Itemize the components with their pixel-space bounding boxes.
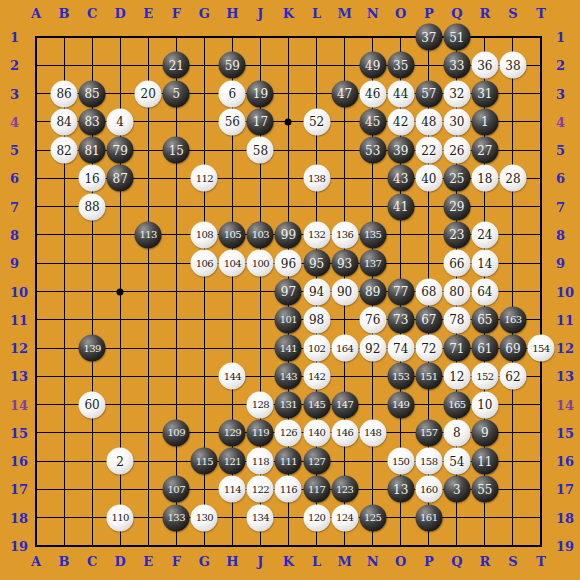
move-number: 52	[309, 116, 324, 128]
move-number: 33	[449, 59, 464, 71]
move-number: 11	[477, 455, 492, 467]
move-number: 129	[224, 428, 241, 438]
stone-white-48-P4: 48	[415, 108, 442, 135]
move-number: 122	[252, 484, 269, 494]
column-label-top-A: A	[31, 6, 41, 21]
move-number: 83	[84, 116, 99, 128]
move-number: 86	[56, 88, 71, 100]
move-number: 24	[477, 229, 492, 241]
move-number: 4	[116, 116, 124, 128]
stone-black-65-R11: 65	[471, 306, 498, 333]
move-number: 15	[169, 144, 184, 156]
stone-white-38-S2: 38	[499, 52, 526, 79]
move-number: 138	[308, 173, 325, 183]
stone-black-89-N10: 89	[359, 278, 386, 305]
move-number: 90	[337, 286, 352, 298]
move-number: 31	[477, 88, 492, 100]
move-number: 21	[169, 59, 184, 71]
stone-black-147-M14: 147	[331, 391, 358, 418]
stone-black-95-L9: 95	[303, 250, 330, 277]
move-number: 59	[225, 59, 240, 71]
row-label-left-1: 1	[10, 30, 19, 45]
move-number: 143	[280, 371, 297, 381]
stone-white-126-K15: 126	[275, 419, 302, 446]
move-number: 158	[420, 456, 437, 466]
move-number: 103	[252, 230, 269, 240]
move-number: 112	[196, 173, 213, 183]
move-number: 22	[421, 144, 436, 156]
row-label-left-19: 19	[10, 539, 28, 554]
row-label-right-14: 14	[556, 397, 574, 412]
move-number: 95	[309, 257, 324, 269]
stone-white-138-L6: 138	[303, 165, 330, 192]
stone-black-5-F3: 5	[163, 80, 190, 107]
stone-white-90-M10: 90	[331, 278, 358, 305]
stone-black-125-N18: 125	[359, 504, 386, 531]
move-number: 79	[113, 144, 128, 156]
stone-black-41-O7: 41	[387, 193, 414, 220]
move-number: 23	[449, 229, 464, 241]
move-number: 48	[421, 116, 436, 128]
column-label-top-D: D	[115, 6, 126, 21]
move-number: 36	[477, 59, 492, 71]
move-number: 40	[421, 172, 436, 184]
move-number: 113	[140, 230, 157, 240]
stone-black-117-L17: 117	[303, 476, 330, 503]
move-number: 99	[281, 229, 296, 241]
column-label-top-J: J	[257, 6, 263, 21]
move-number: 9	[481, 427, 489, 439]
column-label-top-K: K	[283, 6, 294, 21]
row-label-right-8: 8	[556, 227, 565, 242]
stone-white-44-O3: 44	[387, 80, 414, 107]
stone-white-110-D18: 110	[107, 504, 134, 531]
star-point-D10	[117, 288, 124, 295]
grid-line-vertical	[540, 37, 542, 546]
move-number: 66	[449, 257, 464, 269]
stone-black-109-F15: 109	[163, 419, 190, 446]
stone-black-145-L14: 145	[303, 391, 330, 418]
stone-white-42-O4: 42	[387, 108, 414, 135]
move-number: 148	[364, 428, 381, 438]
stone-black-35-O2: 35	[387, 52, 414, 79]
stone-black-9-R15: 9	[471, 419, 498, 446]
stone-black-151-P13: 151	[415, 363, 442, 390]
move-number: 110	[112, 513, 129, 523]
stone-black-61-R12: 61	[471, 335, 498, 362]
stone-white-136-M8: 136	[331, 221, 358, 248]
move-number: 27	[477, 144, 492, 156]
move-number: 135	[364, 230, 381, 240]
stone-white-124-M18: 124	[331, 504, 358, 531]
stone-black-83-C4: 83	[79, 108, 106, 135]
move-number: 72	[421, 342, 436, 354]
column-label-top-N: N	[367, 6, 379, 21]
row-label-left-8: 8	[10, 227, 19, 242]
move-number: 17	[253, 116, 268, 128]
stone-white-64-R10: 64	[471, 278, 498, 305]
stone-black-141-K12: 141	[275, 335, 302, 362]
move-number: 109	[168, 428, 185, 438]
move-number: 134	[252, 513, 269, 523]
stone-white-94-L10: 94	[303, 278, 330, 305]
stone-white-144-H13: 144	[219, 363, 246, 390]
move-number: 85	[84, 88, 99, 100]
move-number: 51	[449, 31, 464, 43]
move-number: 65	[477, 314, 492, 326]
stone-black-45-N4: 45	[359, 108, 386, 135]
stone-black-119-J15: 119	[247, 419, 274, 446]
move-number: 84	[56, 116, 71, 128]
row-label-right-12: 12	[556, 341, 574, 356]
row-label-left-14: 14	[10, 397, 28, 412]
move-number: 73	[393, 314, 408, 326]
move-number: 106	[196, 258, 213, 268]
move-number: 92	[365, 342, 380, 354]
move-number: 127	[308, 456, 325, 466]
move-number: 101	[280, 315, 297, 325]
column-label-top-E: E	[143, 6, 153, 21]
row-label-right-16: 16	[556, 454, 574, 469]
move-number: 56	[225, 116, 240, 128]
row-label-left-12: 12	[10, 341, 28, 356]
stone-white-146-M15: 146	[331, 419, 358, 446]
move-number: 76	[365, 314, 380, 326]
stone-black-15-F5: 15	[163, 137, 190, 164]
stone-black-43-O6: 43	[387, 165, 414, 192]
stone-black-47-M3: 47	[331, 80, 358, 107]
stone-white-160-P17: 160	[415, 476, 442, 503]
stone-black-57-P3: 57	[415, 80, 442, 107]
stone-black-111-K16: 111	[275, 448, 302, 475]
stone-white-74-O12: 74	[387, 335, 414, 362]
column-label-top-L: L	[312, 6, 321, 21]
stone-black-161-P18: 161	[415, 504, 442, 531]
move-number: 149	[392, 400, 409, 410]
stone-black-59-H2: 59	[219, 52, 246, 79]
stone-white-22-P5: 22	[415, 137, 442, 164]
stone-white-58-J5: 58	[247, 137, 274, 164]
row-label-right-13: 13	[556, 369, 574, 384]
stone-white-30-Q4: 30	[443, 108, 470, 135]
stone-black-97-K10: 97	[275, 278, 302, 305]
move-number: 28	[505, 172, 520, 184]
move-number: 105	[224, 230, 241, 240]
stone-white-98-L11: 98	[303, 306, 330, 333]
move-number: 120	[308, 513, 325, 523]
move-number: 57	[421, 88, 436, 100]
stone-white-112-G6: 112	[191, 165, 218, 192]
row-label-right-15: 15	[556, 425, 574, 440]
stone-black-127-L16: 127	[303, 448, 330, 475]
row-label-left-18: 18	[10, 510, 28, 525]
move-number: 54	[449, 455, 464, 467]
column-label-bottom-L: L	[312, 554, 321, 569]
move-number: 81	[84, 144, 99, 156]
stone-white-106-G9: 106	[191, 250, 218, 277]
row-label-left-10: 10	[10, 284, 28, 299]
move-number: 154	[532, 343, 549, 353]
move-number: 144	[224, 371, 241, 381]
stone-white-164-M12: 164	[331, 335, 358, 362]
grid-line-vertical	[512, 37, 513, 546]
move-number: 126	[280, 428, 297, 438]
row-label-right-6: 6	[556, 171, 565, 186]
move-number: 46	[365, 88, 380, 100]
move-number: 12	[449, 370, 464, 382]
stone-black-113-E8: 113	[135, 221, 162, 248]
go-board[interactable]: ABCDEFGHJKLMNOPQRST ABCDEFGHJKLMNOPQRST …	[0, 0, 580, 580]
stone-white-114-H17: 114	[219, 476, 246, 503]
column-label-bottom-A: A	[31, 554, 41, 569]
move-number: 124	[336, 513, 353, 523]
stone-black-29-Q7: 29	[443, 193, 470, 220]
row-label-left-11: 11	[10, 312, 28, 327]
column-label-bottom-B: B	[59, 554, 70, 569]
move-number: 123	[336, 484, 353, 494]
stone-white-66-Q9: 66	[443, 250, 470, 277]
stone-black-13-O17: 13	[387, 476, 414, 503]
move-number: 111	[280, 456, 297, 466]
move-number: 3	[453, 483, 461, 495]
stone-black-87-D6: 87	[107, 165, 134, 192]
stone-white-8-Q15: 8	[443, 419, 470, 446]
row-label-left-15: 15	[10, 425, 28, 440]
column-label-top-R: R	[479, 6, 490, 21]
stone-black-77-O10: 77	[387, 278, 414, 305]
move-number: 163	[504, 315, 521, 325]
move-number: 160	[420, 484, 437, 494]
move-number: 18	[477, 172, 492, 184]
stone-white-62-S13: 62	[499, 363, 526, 390]
stone-black-165-Q14: 165	[443, 391, 470, 418]
move-number: 117	[308, 484, 325, 494]
row-label-left-16: 16	[10, 454, 28, 469]
column-label-top-F: F	[172, 6, 181, 21]
stone-white-140-L15: 140	[303, 419, 330, 446]
column-label-bottom-H: H	[226, 554, 238, 569]
column-label-bottom-O: O	[395, 554, 406, 569]
grid-line-horizontal	[35, 545, 542, 547]
move-number: 35	[393, 59, 408, 71]
move-number: 130	[196, 513, 213, 523]
stone-black-73-O11: 73	[387, 306, 414, 333]
move-number: 68	[421, 286, 436, 298]
stone-black-37-P1: 37	[415, 24, 442, 51]
stone-black-131-K14: 131	[275, 391, 302, 418]
move-number: 16	[84, 172, 99, 184]
stone-black-69-S12: 69	[499, 335, 526, 362]
column-label-bottom-N: N	[367, 554, 379, 569]
move-number: 39	[393, 144, 408, 156]
column-label-top-T: T	[536, 6, 546, 21]
move-number: 115	[196, 456, 213, 466]
stone-black-19-J3: 19	[247, 80, 274, 107]
row-label-left-2: 2	[10, 58, 19, 73]
move-number: 108	[196, 230, 213, 240]
column-label-bottom-T: T	[536, 554, 546, 569]
stone-black-153-O13: 153	[387, 363, 414, 390]
row-label-left-4: 4	[10, 114, 19, 129]
column-label-bottom-M: M	[337, 554, 351, 569]
move-number: 152	[476, 371, 493, 381]
stone-white-78-Q11: 78	[443, 306, 470, 333]
stone-white-92-N12: 92	[359, 335, 386, 362]
stone-white-16-C6: 16	[79, 165, 106, 192]
column-label-top-S: S	[508, 6, 517, 21]
stone-white-80-Q10: 80	[443, 278, 470, 305]
row-label-left-3: 3	[10, 86, 19, 101]
column-label-bottom-E: E	[143, 554, 153, 569]
column-label-bottom-D: D	[115, 554, 126, 569]
move-number: 114	[224, 484, 241, 494]
move-number: 141	[280, 343, 297, 353]
row-label-right-18: 18	[556, 510, 574, 525]
column-label-bottom-R: R	[479, 554, 490, 569]
stone-white-82-B5: 82	[51, 137, 78, 164]
row-label-left-13: 13	[10, 369, 28, 384]
move-number: 41	[393, 201, 408, 213]
move-number: 58	[253, 144, 268, 156]
stone-black-99-K8: 99	[275, 221, 302, 248]
move-number: 116	[280, 484, 297, 494]
stone-white-100-J9: 100	[247, 250, 274, 277]
stone-black-107-F17: 107	[163, 476, 190, 503]
move-number: 107	[168, 484, 185, 494]
stone-black-105-H8: 105	[219, 221, 246, 248]
move-number: 49	[365, 59, 380, 71]
stone-white-118-J16: 118	[247, 448, 274, 475]
stone-black-49-N2: 49	[359, 52, 386, 79]
move-number: 94	[309, 286, 324, 298]
column-label-bottom-S: S	[508, 554, 517, 569]
move-number: 67	[421, 314, 436, 326]
stone-black-93-M9: 93	[331, 250, 358, 277]
stone-black-115-G16: 115	[191, 448, 218, 475]
stone-white-60-C14: 60	[79, 391, 106, 418]
stone-black-123-M17: 123	[331, 476, 358, 503]
stone-black-79-D5: 79	[107, 137, 134, 164]
move-number: 133	[168, 513, 185, 523]
stone-white-18-R6: 18	[471, 165, 498, 192]
move-number: 26	[449, 144, 464, 156]
stone-black-71-Q12: 71	[443, 335, 470, 362]
move-number: 74	[393, 342, 408, 354]
row-label-right-19: 19	[556, 539, 574, 554]
move-number: 88	[84, 201, 99, 213]
column-label-bottom-G: G	[199, 554, 210, 569]
move-number: 97	[281, 286, 296, 298]
move-number: 147	[336, 400, 353, 410]
move-number: 98	[309, 314, 324, 326]
row-label-right-10: 10	[556, 284, 574, 299]
stone-white-36-R2: 36	[471, 52, 498, 79]
stone-black-27-R5: 27	[471, 137, 498, 164]
move-number: 19	[253, 88, 268, 100]
column-label-bottom-P: P	[424, 554, 434, 569]
move-number: 139	[83, 343, 100, 353]
stone-black-143-K13: 143	[275, 363, 302, 390]
move-number: 142	[308, 371, 325, 381]
stone-black-139-C12: 139	[79, 335, 106, 362]
column-label-bottom-K: K	[283, 554, 294, 569]
stone-white-148-N15: 148	[359, 419, 386, 446]
column-label-top-Q: Q	[451, 6, 462, 21]
row-label-right-4: 4	[556, 114, 565, 129]
move-number: 100	[252, 258, 269, 268]
column-label-bottom-C: C	[87, 554, 97, 569]
row-label-left-6: 6	[10, 171, 19, 186]
row-label-right-7: 7	[556, 199, 565, 214]
move-number: 104	[224, 258, 241, 268]
move-number: 30	[449, 116, 464, 128]
move-number: 82	[56, 144, 71, 156]
move-number: 102	[308, 343, 325, 353]
move-number: 118	[252, 456, 269, 466]
row-label-right-17: 17	[556, 482, 574, 497]
stone-white-134-J18: 134	[247, 504, 274, 531]
stone-white-2-D16: 2	[107, 448, 134, 475]
stone-white-152-R13: 152	[471, 363, 498, 390]
move-number: 38	[505, 59, 520, 71]
move-number: 77	[393, 286, 408, 298]
stone-black-23-Q8: 23	[443, 221, 470, 248]
stone-white-10-R14: 10	[471, 391, 498, 418]
move-number: 145	[308, 400, 325, 410]
row-label-right-3: 3	[556, 86, 565, 101]
column-label-top-G: G	[199, 6, 210, 21]
stone-white-130-G18: 130	[191, 504, 218, 531]
move-number: 64	[477, 286, 492, 298]
move-number: 89	[365, 286, 380, 298]
move-number: 20	[141, 88, 156, 100]
row-label-right-5: 5	[556, 143, 565, 158]
move-number: 146	[336, 428, 353, 438]
move-number: 1	[481, 116, 489, 128]
stone-white-122-J17: 122	[247, 476, 274, 503]
stone-white-96-K9: 96	[275, 250, 302, 277]
stone-black-133-F18: 133	[163, 504, 190, 531]
stone-black-163-S11: 163	[499, 306, 526, 333]
stone-white-120-L18: 120	[303, 504, 330, 531]
column-label-top-C: C	[87, 6, 97, 21]
stone-black-3-Q17: 3	[443, 476, 470, 503]
move-number: 44	[393, 88, 408, 100]
move-number: 42	[393, 116, 408, 128]
row-label-left-17: 17	[10, 482, 28, 497]
stone-black-81-C5: 81	[79, 137, 106, 164]
stone-white-20-E3: 20	[135, 80, 162, 107]
stone-white-128-J14: 128	[247, 391, 274, 418]
stone-white-12-Q13: 12	[443, 363, 470, 390]
stone-black-121-H16: 121	[219, 448, 246, 475]
row-label-right-11: 11	[556, 312, 574, 327]
stone-black-55-R17: 55	[471, 476, 498, 503]
stone-white-26-Q5: 26	[443, 137, 470, 164]
column-label-top-P: P	[424, 6, 434, 21]
move-number: 13	[393, 483, 408, 495]
stone-white-14-R9: 14	[471, 250, 498, 277]
stone-white-28-S6: 28	[499, 165, 526, 192]
move-number: 151	[420, 371, 437, 381]
move-number: 53	[365, 144, 380, 156]
move-number: 125	[364, 513, 381, 523]
move-number: 32	[449, 88, 464, 100]
move-number: 60	[84, 399, 99, 411]
move-number: 132	[308, 230, 325, 240]
stone-white-56-H4: 56	[219, 108, 246, 135]
stone-black-101-K11: 101	[275, 306, 302, 333]
